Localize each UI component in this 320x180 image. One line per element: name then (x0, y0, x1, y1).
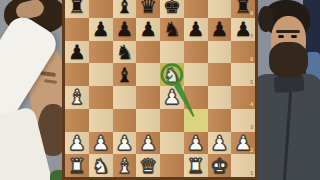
square-g7[interactable]: ♟ (208, 18, 232, 41)
square-d6[interactable] (136, 41, 160, 64)
square-c6[interactable]: ♞ (113, 41, 137, 64)
piece-black-queen-d8[interactable]: ♛ (139, 0, 157, 17)
piece-black-pawn-c7[interactable]: ♟ (115, 18, 133, 40)
square-a7[interactable] (65, 18, 89, 41)
square-a3[interactable] (65, 109, 89, 132)
square-e2[interactable] (160, 132, 184, 155)
square-b1[interactable]: ♞ (89, 154, 113, 177)
square-f5[interactable] (184, 63, 208, 86)
square-b3[interactable] (89, 109, 113, 132)
piece-white-pawn-c2[interactable]: ♟ (115, 132, 133, 154)
square-d3[interactable] (136, 109, 160, 132)
piece-white-pawn-a2[interactable]: ♟ (68, 132, 86, 154)
square-c3[interactable] (113, 109, 137, 132)
square-e4[interactable]: ♟ (160, 86, 184, 109)
piece-white-pawn-b2[interactable]: ♟ (92, 132, 110, 154)
square-d5[interactable] (136, 63, 160, 86)
piece-black-pawn-g7[interactable]: ♟ (210, 18, 228, 40)
square-e6[interactable] (160, 41, 184, 64)
square-d2[interactable]: ♟ (136, 132, 160, 155)
square-g3[interactable] (208, 109, 232, 132)
square-b2[interactable]: ♟ (89, 132, 113, 155)
piece-black-knight-e7[interactable]: ♞ (163, 18, 181, 40)
piece-white-queen-d1[interactable]: ♛ (139, 155, 157, 177)
square-c4[interactable] (113, 86, 137, 109)
square-e7[interactable]: ♞ (160, 18, 184, 41)
right-player-left-eye-shape (278, 35, 284, 38)
piece-black-bishop-c8[interactable]: ♝ (115, 0, 133, 17)
square-e1[interactable] (160, 154, 184, 177)
right-player-beard-shape (269, 42, 308, 78)
square-h7[interactable]: ♟ (231, 18, 255, 41)
square-f6[interactable] (184, 41, 208, 64)
piece-white-knight-b1[interactable]: ♞ (92, 155, 110, 177)
square-h6[interactable] (231, 41, 255, 64)
piece-white-bishop-c1[interactable]: ♝ (115, 155, 133, 177)
square-c2[interactable]: ♟ (113, 132, 137, 155)
right-player-eyebrows-shape (276, 30, 300, 33)
piece-black-bishop-c5[interactable]: ♝ (115, 64, 133, 86)
piece-white-pawn-h2[interactable]: ♟ (234, 132, 252, 154)
piece-black-pawn-d7[interactable]: ♟ (139, 18, 157, 40)
square-a8[interactable]: ♜ (65, 0, 89, 18)
square-f3[interactable] (184, 109, 208, 132)
square-b8[interactable] (89, 0, 113, 18)
right-player-right-eye-shape (291, 35, 297, 38)
piece-black-rook-a8[interactable]: ♜ (68, 0, 86, 17)
piece-white-pawn-g2[interactable]: ♟ (210, 132, 228, 154)
piece-white-pawn-d2[interactable]: ♟ (139, 132, 157, 154)
square-a1[interactable]: ♜ (65, 154, 89, 177)
square-a5[interactable] (65, 63, 89, 86)
square-f1[interactable]: ♜ (184, 154, 208, 177)
piece-black-pawn-a6[interactable]: ♟ (68, 41, 86, 63)
square-h5[interactable] (231, 63, 255, 86)
left-player-photo (0, 0, 62, 180)
piece-white-knight-e5[interactable]: ♞ (163, 64, 181, 86)
square-g6[interactable] (208, 41, 232, 64)
square-e8[interactable]: ♚ (160, 0, 184, 18)
square-g4[interactable] (208, 86, 232, 109)
square-a2[interactable]: ♟ (65, 132, 89, 155)
piece-white-pawn-e4[interactable]: ♟ (163, 86, 181, 108)
square-h1[interactable] (231, 154, 255, 177)
right-player-photo (258, 0, 320, 180)
piece-white-pawn-f2[interactable]: ♟ (187, 132, 205, 154)
piece-white-bishop-a4[interactable]: ♝ (68, 86, 86, 108)
square-g5[interactable] (208, 63, 232, 86)
square-d4[interactable] (136, 86, 160, 109)
square-d7[interactable]: ♟ (136, 18, 160, 41)
board-inner: ♜♝♛♚♜♟♟♟♞♟♟♟♟♞♝♞♝♟♟♟♟♟♟♟♟♜♞♝♛♜♚ 87654321 (65, 0, 255, 177)
chess-board: ♜♝♛♚♜♟♟♟♞♟♟♟♟♞♝♞♝♟♟♟♟♟♟♟♟♜♞♝♛♜♚ 87654321 (62, 0, 258, 180)
square-c1[interactable]: ♝ (113, 154, 137, 177)
piece-black-pawn-b7[interactable]: ♟ (92, 18, 110, 40)
piece-white-rook-a1[interactable]: ♜ (68, 155, 86, 177)
square-d1[interactable]: ♛ (136, 154, 160, 177)
square-f8[interactable] (184, 0, 208, 18)
square-f2[interactable]: ♟ (184, 132, 208, 155)
square-h4[interactable] (231, 86, 255, 109)
square-e5[interactable]: ♞ (160, 63, 184, 86)
square-c5[interactable]: ♝ (113, 63, 137, 86)
board-squares: ♜♝♛♚♜♟♟♟♞♟♟♟♟♞♝♞♝♟♟♟♟♟♟♟♟♜♞♝♛♜♚ (65, 0, 255, 177)
piece-black-pawn-f7[interactable]: ♟ (187, 18, 205, 40)
square-c7[interactable]: ♟ (113, 18, 137, 41)
square-f7[interactable]: ♟ (184, 18, 208, 41)
square-b5[interactable] (89, 63, 113, 86)
square-g1[interactable]: ♚ (208, 154, 232, 177)
square-h2[interactable]: ♟ (231, 132, 255, 155)
square-e3[interactable] (160, 109, 184, 132)
square-f4[interactable] (184, 86, 208, 109)
piece-black-pawn-h7[interactable]: ♟ (234, 18, 252, 40)
square-b7[interactable]: ♟ (89, 18, 113, 41)
square-h3[interactable] (231, 109, 255, 132)
background-plant-shape (50, 170, 62, 180)
square-a6[interactable]: ♟ (65, 41, 89, 64)
square-a4[interactable]: ♝ (65, 86, 89, 109)
thumbnail: ♜♝♛♚♜♟♟♟♞♟♟♟♟♞♝♞♝♟♟♟♟♟♟♟♟♜♞♝♛♜♚ 87654321 (0, 0, 320, 180)
square-b4[interactable] (89, 86, 113, 109)
square-g2[interactable]: ♟ (208, 132, 232, 155)
square-c8[interactable]: ♝ (113, 0, 137, 18)
square-b6[interactable] (89, 41, 113, 64)
piece-black-king-e8[interactable]: ♚ (163, 0, 181, 17)
piece-white-rook-f1[interactable]: ♜ (187, 155, 205, 177)
square-h8[interactable]: ♜ (231, 0, 255, 18)
piece-white-king-g1[interactable]: ♚ (210, 155, 228, 177)
square-d8[interactable]: ♛ (136, 0, 160, 18)
piece-black-rook-h8[interactable]: ♜ (234, 0, 252, 17)
square-g8[interactable] (208, 0, 232, 18)
piece-black-knight-c6[interactable]: ♞ (115, 41, 133, 63)
